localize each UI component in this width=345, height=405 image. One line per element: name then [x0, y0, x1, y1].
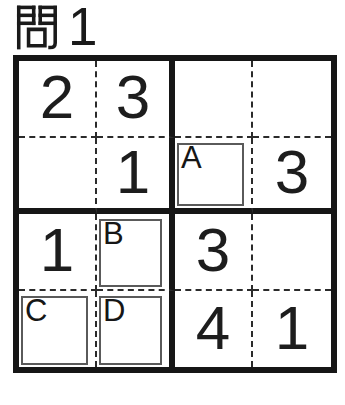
given-digit: 1: [116, 141, 150, 203]
cell-r1c1: 2: [19, 61, 97, 138]
title-number: 1: [68, 3, 97, 52]
cell-r2c3[interactable]: A: [175, 138, 253, 215]
cell-r4c1[interactable]: C: [19, 291, 97, 368]
given-digit: 2: [40, 66, 74, 128]
cell-r4c3: 4: [175, 291, 253, 368]
answer-label-b: B: [103, 218, 124, 251]
cell-r3c2[interactable]: B: [97, 214, 175, 291]
answer-box-b[interactable]: B: [99, 219, 162, 287]
cell-r4c2[interactable]: D: [97, 291, 175, 368]
cell-r1c3: [175, 61, 253, 138]
cell-r1c4: [253, 61, 331, 138]
cell-r2c1: [19, 138, 97, 215]
worksheet-page: 1 231A31B3CD41: [0, 0, 345, 405]
answer-box-d[interactable]: D: [99, 296, 162, 366]
answer-label-d: D: [103, 295, 125, 328]
given-digit: 1: [40, 219, 74, 281]
kanji-mon-icon: [15, 3, 58, 52]
answer-box-c[interactable]: C: [21, 296, 88, 366]
given-digit: 1: [275, 297, 309, 359]
cell-r4c4: 1: [253, 291, 331, 368]
cell-r1c2: 3: [97, 61, 175, 138]
cell-r2c2: 1: [97, 138, 175, 215]
answer-box-a[interactable]: A: [177, 143, 244, 207]
sudoku-board: 231A31B3CD41: [13, 55, 337, 373]
given-digit: 3: [275, 141, 309, 203]
answer-label-a: A: [181, 142, 202, 175]
given-digit: 3: [116, 66, 150, 128]
given-digit: 3: [196, 219, 230, 281]
puzzle-title: 1: [15, 3, 97, 53]
given-digit: 4: [196, 297, 230, 359]
cell-r2c4: 3: [253, 138, 331, 215]
cell-r3c4: [253, 214, 331, 291]
answer-label-c: C: [25, 295, 47, 328]
cell-r3c1: 1: [19, 214, 97, 291]
cell-r3c3: 3: [175, 214, 253, 291]
